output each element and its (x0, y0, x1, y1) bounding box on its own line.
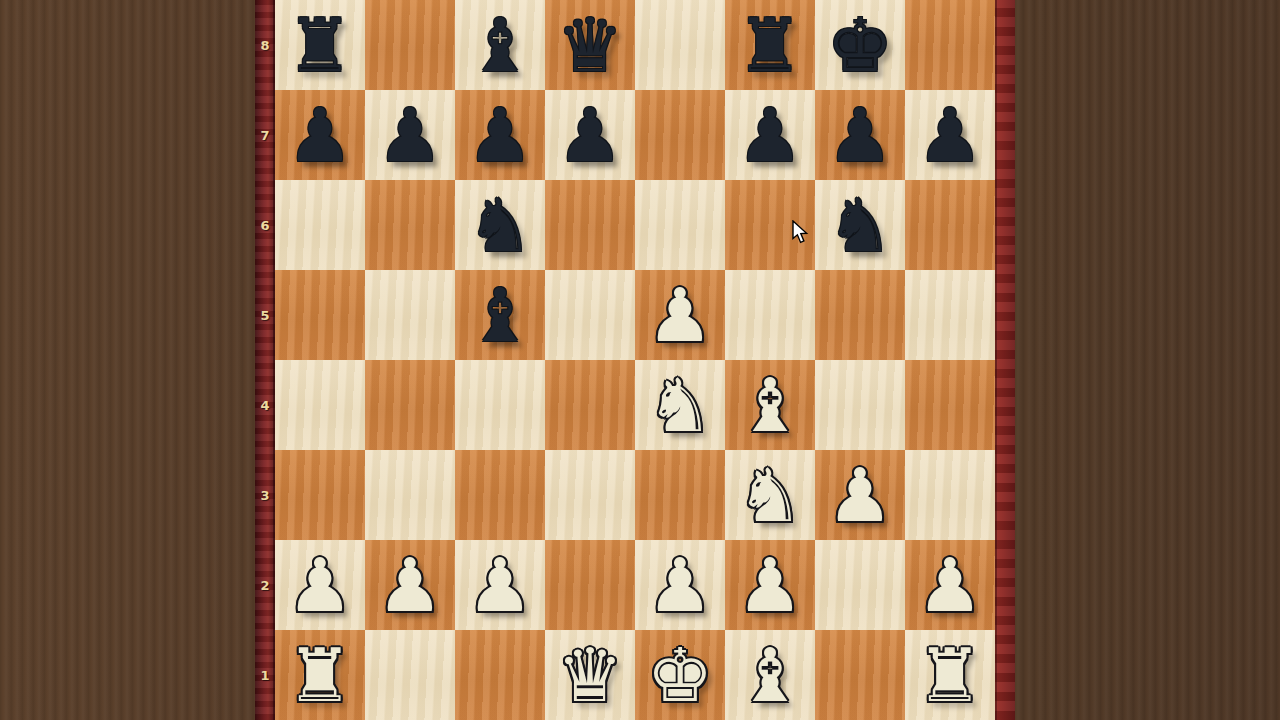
white-pawn-e2[interactable]: ♟ (635, 540, 725, 630)
square-g3[interactable]: ♟ (815, 450, 905, 540)
square-e1[interactable]: ♚ (635, 630, 725, 720)
square-a4[interactable] (275, 360, 365, 450)
white-pawn-h2[interactable]: ♟ (905, 540, 995, 630)
square-b8[interactable] (365, 0, 455, 90)
square-d4[interactable] (545, 360, 635, 450)
square-b7[interactable]: ♟ (365, 90, 455, 180)
black-bishop-c5[interactable]: ♝ (455, 270, 545, 360)
board-frame: 87654321 ♜♝♛♜♚♟♟♟♟♟♟♟♞♞♝♟♞♝♞♟♟♟♟♟♟♟♜♛♚♝♜ (255, 0, 1015, 720)
square-c2[interactable]: ♟ (455, 540, 545, 630)
black-queen-d8[interactable]: ♛ (545, 0, 635, 90)
black-pawn-a7[interactable]: ♟ (275, 90, 365, 180)
white-pawn-e5[interactable]: ♟ (635, 270, 725, 360)
square-f3[interactable]: ♞ (725, 450, 815, 540)
square-c3[interactable] (455, 450, 545, 540)
square-c6[interactable]: ♞ (455, 180, 545, 270)
square-b1[interactable] (365, 630, 455, 720)
rank-label-1: 1 (255, 630, 275, 720)
black-pawn-h7[interactable]: ♟ (905, 90, 995, 180)
square-d5[interactable] (545, 270, 635, 360)
white-pawn-c2[interactable]: ♟ (455, 540, 545, 630)
square-h4[interactable] (905, 360, 995, 450)
square-e3[interactable] (635, 450, 725, 540)
square-a7[interactable]: ♟ (275, 90, 365, 180)
square-g5[interactable] (815, 270, 905, 360)
square-e8[interactable] (635, 0, 725, 90)
square-g2[interactable] (815, 540, 905, 630)
white-pawn-b2[interactable]: ♟ (365, 540, 455, 630)
square-b6[interactable] (365, 180, 455, 270)
square-a2[interactable]: ♟ (275, 540, 365, 630)
black-pawn-b7[interactable]: ♟ (365, 90, 455, 180)
square-d7[interactable]: ♟ (545, 90, 635, 180)
white-bishop-f1[interactable]: ♝ (725, 630, 815, 720)
square-f2[interactable]: ♟ (725, 540, 815, 630)
rank-labels: 87654321 (255, 0, 275, 720)
square-c1[interactable] (455, 630, 545, 720)
square-c8[interactable]: ♝ (455, 0, 545, 90)
square-h6[interactable] (905, 180, 995, 270)
square-b5[interactable] (365, 270, 455, 360)
black-pawn-g7[interactable]: ♟ (815, 90, 905, 180)
black-knight-g6[interactable]: ♞ (815, 180, 905, 270)
square-e7[interactable] (635, 90, 725, 180)
square-g6[interactable]: ♞ (815, 180, 905, 270)
square-h8[interactable] (905, 0, 995, 90)
black-knight-c6[interactable]: ♞ (455, 180, 545, 270)
square-a5[interactable] (275, 270, 365, 360)
square-g1[interactable] (815, 630, 905, 720)
square-e2[interactable]: ♟ (635, 540, 725, 630)
square-e4[interactable]: ♞ (635, 360, 725, 450)
square-d6[interactable] (545, 180, 635, 270)
square-c7[interactable]: ♟ (455, 90, 545, 180)
white-pawn-a2[interactable]: ♟ (275, 540, 365, 630)
square-h2[interactable]: ♟ (905, 540, 995, 630)
square-f7[interactable]: ♟ (725, 90, 815, 180)
square-b2[interactable]: ♟ (365, 540, 455, 630)
square-g7[interactable]: ♟ (815, 90, 905, 180)
white-king-e1[interactable]: ♚ (635, 630, 725, 720)
square-d8[interactable]: ♛ (545, 0, 635, 90)
chess-board[interactable]: ♜♝♛♜♚♟♟♟♟♟♟♟♞♞♝♟♞♝♞♟♟♟♟♟♟♟♜♛♚♝♜ (275, 0, 995, 720)
square-a1[interactable]: ♜ (275, 630, 365, 720)
board-right-rail (995, 0, 1015, 720)
square-h5[interactable] (905, 270, 995, 360)
white-pawn-f2[interactable]: ♟ (725, 540, 815, 630)
white-bishop-f4[interactable]: ♝ (725, 360, 815, 450)
square-c4[interactable] (455, 360, 545, 450)
square-g4[interactable] (815, 360, 905, 450)
white-queen-d1[interactable]: ♛ (545, 630, 635, 720)
rank-label-7: 7 (255, 90, 275, 180)
rank-label-5: 5 (255, 270, 275, 360)
square-h1[interactable]: ♜ (905, 630, 995, 720)
rank-label-4: 4 (255, 360, 275, 450)
square-b4[interactable] (365, 360, 455, 450)
rank-label-3: 3 (255, 450, 275, 540)
square-a3[interactable] (275, 450, 365, 540)
mouse-cursor-icon (792, 220, 814, 246)
square-h3[interactable] (905, 450, 995, 540)
square-a8[interactable]: ♜ (275, 0, 365, 90)
black-pawn-d7[interactable]: ♟ (545, 90, 635, 180)
square-a6[interactable] (275, 180, 365, 270)
black-pawn-f7[interactable]: ♟ (725, 90, 815, 180)
white-knight-f3[interactable]: ♞ (725, 450, 815, 540)
rank-label-2: 2 (255, 540, 275, 630)
black-rook-a8[interactable]: ♜ (275, 0, 365, 90)
white-rook-h1[interactable]: ♜ (905, 630, 995, 720)
black-bishop-c8[interactable]: ♝ (455, 0, 545, 90)
square-b3[interactable] (365, 450, 455, 540)
square-e6[interactable] (635, 180, 725, 270)
square-d1[interactable]: ♛ (545, 630, 635, 720)
rank-label-8: 8 (255, 0, 275, 90)
square-d3[interactable] (545, 450, 635, 540)
black-rook-f8[interactable]: ♜ (725, 0, 815, 90)
square-d2[interactable] (545, 540, 635, 630)
white-pawn-g3[interactable]: ♟ (815, 450, 905, 540)
rank-label-6: 6 (255, 180, 275, 270)
black-pawn-c7[interactable]: ♟ (455, 90, 545, 180)
app-window: { "game": "chess", "position": { "fen": … (0, 0, 1280, 720)
square-f8[interactable]: ♜ (725, 0, 815, 90)
square-g8[interactable]: ♚ (815, 0, 905, 90)
square-h7[interactable]: ♟ (905, 90, 995, 180)
black-king-g8[interactable]: ♚ (815, 0, 905, 90)
square-f4[interactable]: ♝ (725, 360, 815, 450)
square-e5[interactable]: ♟ (635, 270, 725, 360)
square-c5[interactable]: ♝ (455, 270, 545, 360)
white-rook-a1[interactable]: ♜ (275, 630, 365, 720)
square-f5[interactable] (725, 270, 815, 360)
square-f1[interactable]: ♝ (725, 630, 815, 720)
white-knight-e4[interactable]: ♞ (635, 360, 725, 450)
